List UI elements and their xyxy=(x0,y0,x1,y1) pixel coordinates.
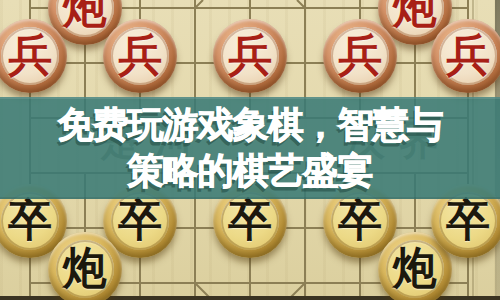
piece-character: 兵 xyxy=(8,19,52,93)
piece-character: 兵 xyxy=(446,19,490,93)
piece-character: 炮 xyxy=(393,232,437,300)
banner-title-line1: 免费玩游戏象棋，智慧与 xyxy=(58,105,443,145)
banner-title-line2: 策略的棋艺盛宴 xyxy=(128,151,373,191)
piece-red-soldier-4[interactable]: 兵 xyxy=(323,19,397,93)
piece-red-soldier-5[interactable]: 兵 xyxy=(431,19,500,93)
piece-black-cannon-left[interactable]: 炮 xyxy=(48,232,122,300)
title-banner-overlay: 免费玩游戏象棋，智慧与 策略的棋艺盛宴 xyxy=(0,97,500,199)
piece-red-soldier-2[interactable]: 兵 xyxy=(103,19,177,93)
piece-character: 兵 xyxy=(228,19,272,93)
piece-character: 炮 xyxy=(393,0,437,45)
piece-character: 兵 xyxy=(338,19,382,93)
piece-character: 炮 xyxy=(63,0,107,45)
piece-character: 炮 xyxy=(63,232,107,300)
xiangqi-game-screenshot: 楚河 汉界 炮炮兵兵兵兵兵卒卒卒卒炮炮卒 免费玩游戏象棋，智慧与 策略的棋艺盛宴 xyxy=(0,0,500,300)
piece-red-soldier-3[interactable]: 兵 xyxy=(213,19,287,93)
piece-character: 兵 xyxy=(118,19,162,93)
